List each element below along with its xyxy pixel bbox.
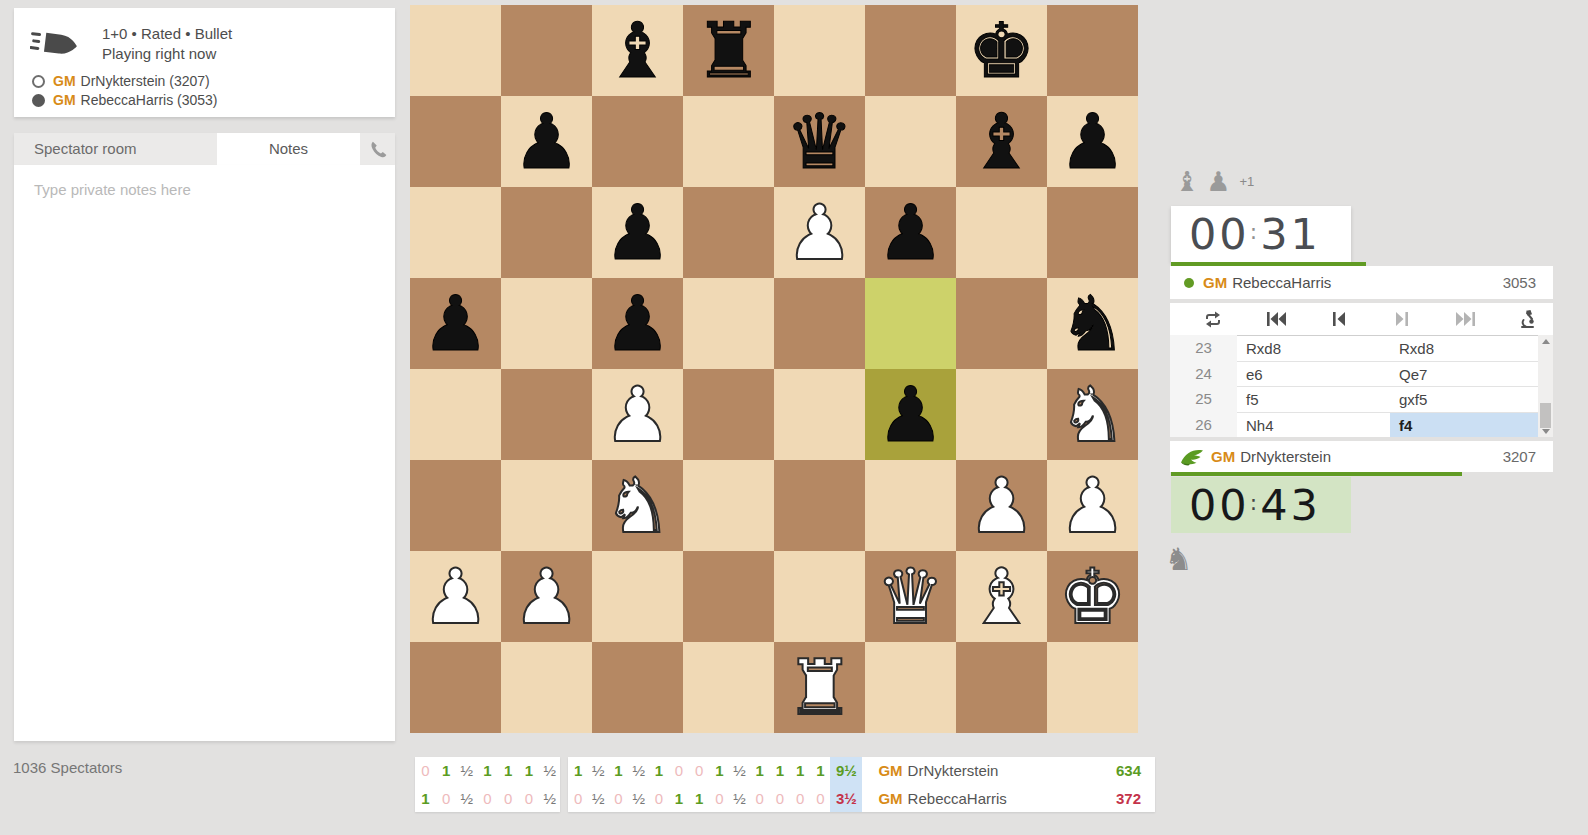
move-list: 23Rxd8Rxd824e6Qe725f5gxf526Nh4f4 xyxy=(1170,335,1538,437)
game-status: Playing right now xyxy=(102,44,232,64)
game-result[interactable]: 0 xyxy=(750,785,770,813)
game-result[interactable]: 0 xyxy=(790,785,810,813)
game-result[interactable]: 1 xyxy=(810,757,830,785)
game-result[interactable]: 1 xyxy=(498,757,519,785)
square-d4[interactable] xyxy=(683,369,774,460)
white-queen-f2[interactable]: ♛ xyxy=(876,551,944,642)
square-h7[interactable]: ♟ xyxy=(1047,96,1138,187)
clock-digits: 31 xyxy=(1260,209,1321,259)
game-result[interactable]: 0 xyxy=(810,785,830,813)
white-clock: 00:43 xyxy=(1171,477,1351,533)
player-title: GM xyxy=(878,762,902,779)
square-d5[interactable] xyxy=(683,278,774,369)
game-result[interactable]: 1 xyxy=(608,757,628,785)
move-number: 25 xyxy=(1170,386,1237,412)
white-time-bar xyxy=(1171,472,1462,476)
white-pawn-h3[interactable]: ♟ xyxy=(1058,460,1126,551)
square-h3[interactable]: ♟ xyxy=(1047,460,1138,551)
square-b5[interactable] xyxy=(501,278,592,369)
captured-bishop-icon: ♝ xyxy=(1175,166,1199,197)
square-f6[interactable]: ♟ xyxy=(865,187,956,278)
next-move-button[interactable] xyxy=(1385,306,1419,332)
analysis-board-button[interactable] xyxy=(1511,306,1545,332)
square-g5[interactable] xyxy=(956,278,1047,369)
clock-digits: 00 xyxy=(1189,480,1250,530)
square-c4[interactable]: ♟ xyxy=(592,369,683,460)
black-color-icon xyxy=(32,94,45,107)
game-result[interactable]: ½ xyxy=(539,757,560,785)
black-queen-e7[interactable]: ♛ xyxy=(785,96,853,187)
captured-pieces-white: ♞ xyxy=(1165,541,1200,577)
patron-wing-icon xyxy=(1180,448,1204,466)
black-rating-paren: (3053) xyxy=(177,91,217,109)
time-control: 1+0 • Rated • Bullet xyxy=(102,24,232,44)
square-a6[interactable] xyxy=(410,187,501,278)
square-b3[interactable] xyxy=(501,460,592,551)
captured-pawn-icon: ♟ xyxy=(1206,166,1230,197)
game-result[interactable]: ½ xyxy=(588,785,608,813)
square-b6[interactable] xyxy=(501,187,592,278)
white-color-icon xyxy=(32,75,45,88)
move-black-24[interactable]: Qe7 xyxy=(1390,361,1538,387)
game-result[interactable]: 1 xyxy=(415,785,436,813)
square-d2[interactable] xyxy=(683,551,774,642)
notes-input[interactable] xyxy=(14,165,395,741)
game-result[interactable]: 0 xyxy=(519,785,540,813)
black-name: RebeccaHarris xyxy=(1232,274,1331,291)
square-b2[interactable]: ♟ xyxy=(501,551,592,642)
white-player-line[interactable]: GM DrNykterstein (3207) xyxy=(32,72,395,90)
square-g3[interactable]: ♟ xyxy=(956,460,1047,551)
white-name: DrNykterstein xyxy=(81,72,166,90)
white-knight-h4[interactable]: ♞ xyxy=(1058,369,1126,460)
square-a4[interactable] xyxy=(410,369,501,460)
white-pawn-e6[interactable]: ♟ xyxy=(785,187,853,278)
first-move-button[interactable] xyxy=(1259,306,1293,332)
white-pawn-b2[interactable]: ♟ xyxy=(512,551,580,642)
square-c2[interactable] xyxy=(592,551,683,642)
square-a7[interactable] xyxy=(410,96,501,187)
square-f7[interactable] xyxy=(865,96,956,187)
black-name: RebeccaHarris xyxy=(81,91,174,109)
player-lifetime-score: 634 xyxy=(1116,762,1141,779)
square-e1[interactable]: ♜ xyxy=(774,642,865,733)
clock-digits: : xyxy=(1250,490,1257,515)
white-rating-paren: (3207) xyxy=(169,72,209,90)
black-pawn-c5[interactable]: ♟ xyxy=(603,278,671,369)
game-result[interactable]: 0 xyxy=(770,785,790,813)
move-list-scrollbar[interactable] xyxy=(1538,335,1553,437)
white-bishop-g2[interactable]: ♝ xyxy=(967,551,1035,642)
move-black-26[interactable]: f4 xyxy=(1390,412,1538,438)
game-result[interactable]: 0 xyxy=(477,785,498,813)
square-b8[interactable] xyxy=(501,5,592,96)
tab-spectator-room[interactable]: Spectator room xyxy=(14,133,217,165)
move-white-23[interactable]: Rxd8 xyxy=(1237,335,1390,361)
game-result[interactable]: 0 xyxy=(608,785,628,813)
game-result[interactable]: 0 xyxy=(568,785,588,813)
tab-phone[interactable] xyxy=(360,133,395,165)
total-score-bottom: 3½ xyxy=(830,785,862,813)
last-move-button[interactable] xyxy=(1448,306,1482,332)
score-streak-group1: 01½111½10½000½ xyxy=(415,757,560,812)
tab-notes[interactable]: Notes xyxy=(217,133,360,165)
captured-pieces-black: ♝ ♟ +1 xyxy=(1175,166,1254,196)
game-result[interactable]: ½ xyxy=(456,757,477,785)
move-black-23[interactable]: Rxd8 xyxy=(1390,335,1538,361)
game-result[interactable]: 0 xyxy=(709,785,729,813)
square-g6[interactable] xyxy=(956,187,1047,278)
clock-digits: 43 xyxy=(1260,480,1321,530)
black-pawn-f4[interactable]: ♟ xyxy=(876,369,944,460)
phone-icon xyxy=(368,140,387,159)
square-g8[interactable]: ♚ xyxy=(956,5,1047,96)
white-pawn-g3[interactable]: ♟ xyxy=(967,460,1035,551)
square-b7[interactable]: ♟ xyxy=(501,96,592,187)
prev-move-button[interactable] xyxy=(1322,306,1356,332)
move-list-panel: 23Rxd8Rxd824e6Qe725f5gxf526Nh4f4 xyxy=(1170,303,1553,437)
square-d7[interactable] xyxy=(683,96,774,187)
player-lifetime-score: 372 xyxy=(1116,790,1141,807)
black-title: GM xyxy=(53,91,76,109)
black-player-line[interactable]: GM RebeccaHarris (3053) xyxy=(32,91,395,109)
total-score-top: 9½ xyxy=(830,757,862,785)
square-c3[interactable]: ♞ xyxy=(592,460,683,551)
square-a2[interactable]: ♟ xyxy=(410,551,501,642)
square-c8[interactable]: ♝ xyxy=(592,5,683,96)
score-streak-group2: 1½1½1001½11110½0½0110½00009½3½GMDrNykter… xyxy=(568,757,1155,812)
square-d1[interactable] xyxy=(683,642,774,733)
game-result[interactable]: 0 xyxy=(415,757,436,785)
black-pawn-f6[interactable]: ♟ xyxy=(876,187,944,278)
move-black-25[interactable]: gxf5 xyxy=(1390,386,1538,412)
game-result[interactable]: ½ xyxy=(730,785,750,813)
game-result[interactable]: 1 xyxy=(568,757,588,785)
square-a1[interactable] xyxy=(410,642,501,733)
black-bishop-g7[interactable]: ♝ xyxy=(967,96,1035,187)
square-f1[interactable] xyxy=(865,642,956,733)
black-title: GM xyxy=(1203,274,1227,291)
square-h6[interactable] xyxy=(1047,187,1138,278)
player-title: GM xyxy=(878,790,902,807)
game-result[interactable]: 1 xyxy=(750,757,770,785)
move-white-25[interactable]: f5 xyxy=(1237,386,1390,412)
square-g2[interactable]: ♝ xyxy=(956,551,1047,642)
square-g1[interactable] xyxy=(956,642,1047,733)
square-a8[interactable] xyxy=(410,5,501,96)
black-clock: 00:31 xyxy=(1171,206,1351,262)
square-g4[interactable] xyxy=(956,369,1047,460)
square-e6[interactable]: ♟ xyxy=(774,187,865,278)
square-e2[interactable] xyxy=(774,551,865,642)
square-h4[interactable]: ♞ xyxy=(1047,369,1138,460)
square-c7[interactable] xyxy=(592,96,683,187)
square-h5[interactable]: ♞ xyxy=(1047,278,1138,369)
black-pawn-a5[interactable]: ♟ xyxy=(421,278,489,369)
bullet-icon xyxy=(30,28,80,60)
square-h1[interactable] xyxy=(1047,642,1138,733)
strip-player-RebeccaHarris[interactable]: GMRebeccaHarris372 xyxy=(862,785,1155,813)
game-result[interactable]: 1 xyxy=(770,757,790,785)
black-player-row[interactable]: GM RebeccaHarris 3053 xyxy=(1170,266,1553,299)
strip-player-DrNykterstein[interactable]: GMDrNykterstein634 xyxy=(862,757,1155,785)
move-white-24[interactable]: e6 xyxy=(1237,361,1390,387)
clock-digits: : xyxy=(1250,219,1257,244)
game-result[interactable]: 0 xyxy=(669,757,689,785)
move-number: 24 xyxy=(1170,361,1237,387)
player-name: DrNykterstein xyxy=(908,762,999,779)
white-rating: 3207 xyxy=(1503,448,1536,465)
black-knight-h5[interactable]: ♞ xyxy=(1058,278,1126,369)
material-advantage: +1 xyxy=(1239,174,1254,189)
game-result[interactable]: 0 xyxy=(689,757,709,785)
chat-tabs: Spectator room Notes xyxy=(14,133,395,165)
game-result[interactable]: 1 xyxy=(649,757,669,785)
spectator-count: 1036 Spectators xyxy=(13,759,122,776)
square-f4[interactable]: ♟ xyxy=(865,369,956,460)
square-e8[interactable] xyxy=(774,5,865,96)
game-result[interactable]: ½ xyxy=(539,785,560,813)
game-result[interactable]: ½ xyxy=(456,785,477,813)
game-result[interactable]: ½ xyxy=(730,757,750,785)
white-name: DrNykterstein xyxy=(1240,448,1331,465)
square-b1[interactable] xyxy=(501,642,592,733)
square-d3[interactable] xyxy=(683,460,774,551)
game-result[interactable]: 1 xyxy=(669,785,689,813)
move-number: 23 xyxy=(1170,335,1237,361)
online-dot-icon xyxy=(1184,278,1194,288)
black-rating: 3053 xyxy=(1503,274,1536,291)
black-pawn-c6[interactable]: ♟ xyxy=(603,187,671,278)
white-title: GM xyxy=(1211,448,1235,465)
move-white-26[interactable]: Nh4 xyxy=(1237,412,1390,438)
game-info-card: 1+0 • Rated • Bullet Playing right now G… xyxy=(14,8,395,117)
square-g7[interactable]: ♝ xyxy=(956,96,1047,187)
black-pawn-h7[interactable]: ♟ xyxy=(1058,96,1126,187)
game-result[interactable]: 1 xyxy=(477,757,498,785)
square-f3[interactable] xyxy=(865,460,956,551)
white-king-h2[interactable]: ♚ xyxy=(1058,551,1126,642)
scroll-down-icon[interactable] xyxy=(1538,425,1553,437)
white-player-row[interactable]: GM DrNykterstein 3207 xyxy=(1170,441,1553,472)
game-result[interactable]: ½ xyxy=(629,757,649,785)
chess-board[interactable]: ♝♜♚♟♛♝♟♟♟♟♟♟♞♟♟♞♞♟♟♟♟♛♝♚♜ xyxy=(410,5,1138,733)
game-result[interactable]: 1 xyxy=(709,757,729,785)
square-h2[interactable]: ♚ xyxy=(1047,551,1138,642)
square-e4[interactable] xyxy=(774,369,865,460)
scroll-up-icon[interactable] xyxy=(1538,335,1553,347)
square-b4[interactable] xyxy=(501,369,592,460)
black-king-g8[interactable]: ♚ xyxy=(967,5,1035,96)
game-result[interactable]: 1 xyxy=(436,757,457,785)
square-c5[interactable]: ♟ xyxy=(592,278,683,369)
black-rook-d8[interactable]: ♜ xyxy=(694,5,762,96)
square-a5[interactable]: ♟ xyxy=(410,278,501,369)
square-c1[interactable] xyxy=(592,642,683,733)
game-result[interactable]: 1 xyxy=(519,757,540,785)
black-bishop-c8[interactable]: ♝ xyxy=(603,5,671,96)
square-f8[interactable] xyxy=(865,5,956,96)
game-result[interactable]: ½ xyxy=(588,757,608,785)
game-result[interactable]: 0 xyxy=(649,785,669,813)
player-name: RebeccaHarris xyxy=(908,790,1007,807)
game-result[interactable]: 0 xyxy=(498,785,519,813)
square-e7[interactable]: ♛ xyxy=(774,96,865,187)
square-c6[interactable]: ♟ xyxy=(592,187,683,278)
square-f5[interactable] xyxy=(865,278,956,369)
move-navigation xyxy=(1170,303,1553,335)
black-pawn-b7[interactable]: ♟ xyxy=(512,96,580,187)
square-d8[interactable]: ♜ xyxy=(683,5,774,96)
game-result[interactable]: 1 xyxy=(689,785,709,813)
white-pawn-c4[interactable]: ♟ xyxy=(603,369,671,460)
game-result[interactable]: 1 xyxy=(790,757,810,785)
square-f2[interactable]: ♛ xyxy=(865,551,956,642)
white-pawn-a2[interactable]: ♟ xyxy=(421,551,489,642)
notes-panel xyxy=(14,165,395,741)
square-a3[interactable] xyxy=(410,460,501,551)
game-result[interactable]: ½ xyxy=(629,785,649,813)
clock-digits: 00 xyxy=(1189,209,1250,259)
game-result[interactable]: 0 xyxy=(436,785,457,813)
move-number: 26 xyxy=(1170,412,1237,438)
white-title: GM xyxy=(53,72,76,90)
square-h8[interactable] xyxy=(1047,5,1138,96)
white-rook-e1[interactable]: ♜ xyxy=(785,642,853,733)
square-e5[interactable] xyxy=(774,278,865,369)
flip-cycle-button[interactable] xyxy=(1196,306,1230,332)
square-d6[interactable] xyxy=(683,187,774,278)
square-e3[interactable] xyxy=(774,460,865,551)
white-knight-c3[interactable]: ♞ xyxy=(603,460,671,551)
captured-knight-icon: ♞ xyxy=(1165,541,1193,577)
